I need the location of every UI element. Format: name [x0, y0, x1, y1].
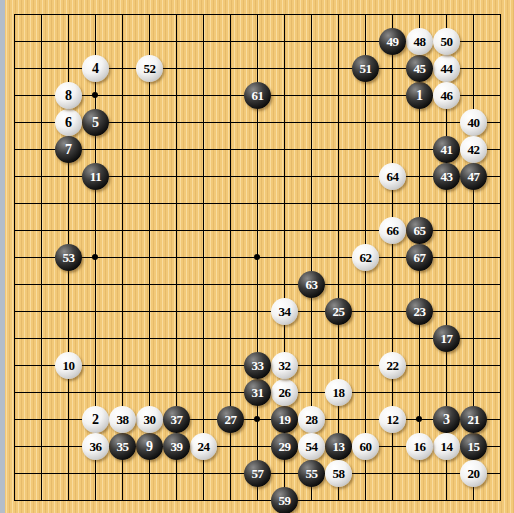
stone-black-39: 39	[163, 433, 190, 460]
star-point	[92, 254, 98, 260]
stone-black-41: 41	[433, 136, 460, 163]
stone-white-34: 34	[271, 298, 298, 325]
stone-black-27: 27	[217, 406, 244, 433]
stone-white-60: 60	[352, 433, 379, 460]
stone-white-4: 4	[82, 55, 109, 82]
stone-black-1: 1	[406, 82, 433, 109]
stone-black-53: 53	[55, 244, 82, 271]
stone-white-40: 40	[460, 109, 487, 136]
stone-black-63: 63	[298, 271, 325, 298]
stone-white-48: 48	[406, 28, 433, 55]
stone-white-12: 12	[379, 406, 406, 433]
stone-black-5: 5	[82, 109, 109, 136]
stone-white-20: 20	[460, 460, 487, 487]
stone-white-16: 16	[406, 433, 433, 460]
stone-black-25: 25	[325, 298, 352, 325]
stone-white-38: 38	[109, 406, 136, 433]
stone-black-9: 9	[136, 433, 163, 460]
stone-white-24: 24	[190, 433, 217, 460]
stone-white-2: 2	[82, 406, 109, 433]
stone-black-13: 13	[325, 433, 352, 460]
star-point	[254, 416, 260, 422]
stone-white-18: 18	[325, 379, 352, 406]
stone-black-21: 21	[460, 406, 487, 433]
stone-white-50: 50	[433, 28, 460, 55]
stone-black-47: 47	[460, 163, 487, 190]
stone-white-32: 32	[271, 352, 298, 379]
stone-white-28: 28	[298, 406, 325, 433]
stone-black-57: 57	[244, 460, 271, 487]
stone-black-19: 19	[271, 406, 298, 433]
stone-white-62: 62	[352, 244, 379, 271]
stone-white-6: 6	[55, 109, 82, 136]
stone-black-43: 43	[433, 163, 460, 190]
stone-white-42: 42	[460, 136, 487, 163]
window-edge-strip	[0, 0, 5, 513]
stone-white-64: 64	[379, 163, 406, 190]
stone-black-55: 55	[298, 460, 325, 487]
stone-white-44: 44	[433, 55, 460, 82]
star-point	[416, 416, 422, 422]
go-board-window: 1234567891011121314151617181920212223242…	[0, 0, 514, 513]
stone-black-67: 67	[406, 244, 433, 271]
stone-white-46: 46	[433, 82, 460, 109]
stone-white-26: 26	[271, 379, 298, 406]
star-point	[254, 254, 260, 260]
stone-white-58: 58	[325, 460, 352, 487]
stone-black-61: 61	[244, 82, 271, 109]
stone-black-29: 29	[271, 433, 298, 460]
stone-black-17: 17	[433, 325, 460, 352]
stone-black-33: 33	[244, 352, 271, 379]
stone-black-35: 35	[109, 433, 136, 460]
stone-white-22: 22	[379, 352, 406, 379]
stone-white-66: 66	[379, 217, 406, 244]
stone-white-30: 30	[136, 406, 163, 433]
stone-black-49: 49	[379, 28, 406, 55]
stone-white-54: 54	[298, 433, 325, 460]
stone-black-37: 37	[163, 406, 190, 433]
star-point	[92, 92, 98, 98]
stone-white-36: 36	[82, 433, 109, 460]
stone-black-7: 7	[55, 136, 82, 163]
stone-black-3: 3	[433, 406, 460, 433]
stone-white-10: 10	[55, 352, 82, 379]
stone-black-59: 59	[271, 487, 298, 513]
stone-white-52: 52	[136, 55, 163, 82]
stone-white-8: 8	[55, 82, 82, 109]
stone-black-11: 11	[82, 163, 109, 190]
stone-black-23: 23	[406, 298, 433, 325]
stone-black-65: 65	[406, 217, 433, 244]
stone-black-15: 15	[460, 433, 487, 460]
stone-white-14: 14	[433, 433, 460, 460]
stone-black-45: 45	[406, 55, 433, 82]
stone-black-31: 31	[244, 379, 271, 406]
stone-black-51: 51	[352, 55, 379, 82]
